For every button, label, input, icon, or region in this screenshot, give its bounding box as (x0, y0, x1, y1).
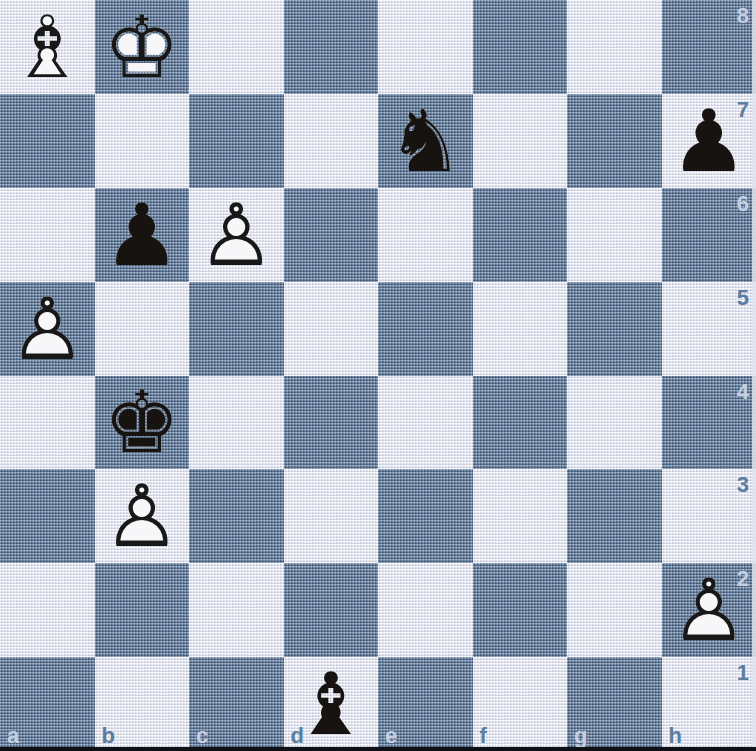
square-g8[interactable] (567, 0, 662, 94)
black-king-icon: ♚ (95, 376, 190, 470)
file-label-c: c (196, 725, 208, 747)
white-pawn-icon: ♙ (189, 188, 284, 282)
piece-white-bishop[interactable]: ♝♗ (0, 0, 95, 94)
square-a1[interactable]: a (0, 657, 95, 751)
square-a6[interactable] (0, 188, 95, 282)
square-c4[interactable] (189, 376, 284, 470)
rank-label-7: 7 (737, 99, 749, 121)
square-b8[interactable]: ♚♔ (95, 0, 190, 94)
square-d7[interactable] (284, 94, 379, 188)
black-pawn-icon: ♟ (95, 188, 190, 282)
square-a7[interactable] (0, 94, 95, 188)
square-a2[interactable] (0, 563, 95, 657)
square-d3[interactable] (284, 469, 379, 563)
square-b6[interactable]: ♟♟ (95, 188, 190, 282)
square-g7[interactable] (567, 94, 662, 188)
square-f5[interactable] (473, 282, 568, 376)
square-a4[interactable] (0, 376, 95, 470)
square-g3[interactable] (567, 469, 662, 563)
rank-label-2: 2 (737, 568, 749, 590)
square-e8[interactable] (378, 0, 473, 94)
square-b3[interactable]: ♟♙ (95, 469, 190, 563)
square-e5[interactable] (378, 282, 473, 376)
square-h5[interactable]: 5 (662, 282, 756, 376)
chess-board: ♝♗♚♔8♞♞7♟♟♟♟♟♙6♟♙5♚♚4♟♙32♟♙abcd♝♝efgh1 (0, 0, 756, 751)
piece-white-pawn[interactable]: ♟♙ (95, 469, 190, 563)
square-d1[interactable]: d♝♝ (284, 657, 379, 751)
square-a3[interactable] (0, 469, 95, 563)
square-d8[interactable] (284, 0, 379, 94)
file-label-b: b (102, 725, 115, 747)
square-c2[interactable] (189, 563, 284, 657)
square-a8[interactable]: ♝♗ (0, 0, 95, 94)
rank-label-3: 3 (737, 474, 749, 496)
piece-black-king[interactable]: ♚♚ (95, 376, 190, 470)
square-d4[interactable] (284, 376, 379, 470)
square-h1[interactable]: h1 (662, 657, 756, 751)
square-g5[interactable] (567, 282, 662, 376)
square-e1[interactable]: e (378, 657, 473, 751)
rank-label-4: 4 (737, 381, 749, 403)
square-g6[interactable] (567, 188, 662, 282)
square-f8[interactable] (473, 0, 568, 94)
white-king-icon: ♔ (95, 0, 190, 94)
file-label-f: f (480, 725, 487, 747)
square-h2[interactable]: 2♟♙ (662, 563, 756, 657)
square-e3[interactable] (378, 469, 473, 563)
square-e4[interactable] (378, 376, 473, 470)
square-g1[interactable]: g (567, 657, 662, 751)
square-h7[interactable]: 7♟♟ (662, 94, 756, 188)
square-f4[interactable] (473, 376, 568, 470)
square-b7[interactable] (95, 94, 190, 188)
file-label-a: a (7, 725, 19, 747)
square-g4[interactable] (567, 376, 662, 470)
square-f6[interactable] (473, 188, 568, 282)
square-e6[interactable] (378, 188, 473, 282)
rank-label-5: 5 (737, 287, 749, 309)
piece-black-knight[interactable]: ♞♞ (378, 94, 473, 188)
square-h8[interactable]: 8 (662, 0, 756, 94)
square-c1[interactable]: c (189, 657, 284, 751)
square-f1[interactable]: f (473, 657, 568, 751)
file-label-e: e (385, 725, 397, 747)
square-c3[interactable] (189, 469, 284, 563)
rank-label-6: 6 (737, 193, 749, 215)
piece-white-pawn[interactable]: ♟♙ (0, 282, 95, 376)
square-h4[interactable]: 4 (662, 376, 756, 470)
square-b5[interactable] (95, 282, 190, 376)
square-d6[interactable] (284, 188, 379, 282)
piece-white-king[interactable]: ♚♔ (95, 0, 190, 94)
file-label-g: g (574, 725, 587, 747)
square-d2[interactable] (284, 563, 379, 657)
square-a5[interactable]: ♟♙ (0, 282, 95, 376)
square-e7[interactable]: ♞♞ (378, 94, 473, 188)
square-b2[interactable] (95, 563, 190, 657)
square-h3[interactable]: 3 (662, 469, 756, 563)
square-c7[interactable] (189, 94, 284, 188)
white-pawn-icon: ♙ (0, 282, 95, 376)
white-bishop-icon: ♗ (0, 0, 95, 94)
black-knight-icon: ♞ (378, 94, 473, 188)
square-c6[interactable]: ♟♙ (189, 188, 284, 282)
piece-white-pawn[interactable]: ♟♙ (189, 188, 284, 282)
piece-black-pawn[interactable]: ♟♟ (95, 188, 190, 282)
file-label-h: h (669, 725, 682, 747)
square-f2[interactable] (473, 563, 568, 657)
rank-label-8: 8 (737, 5, 749, 27)
square-c8[interactable] (189, 0, 284, 94)
square-c5[interactable] (189, 282, 284, 376)
square-e2[interactable] (378, 563, 473, 657)
rank-label-1: 1 (737, 662, 749, 684)
square-b1[interactable]: b (95, 657, 190, 751)
square-d5[interactable] (284, 282, 379, 376)
square-b4[interactable]: ♚♚ (95, 376, 190, 470)
white-pawn-icon: ♙ (95, 469, 190, 563)
square-g2[interactable] (567, 563, 662, 657)
chess-board-wrap: ♝♗♚♔8♞♞7♟♟♟♟♟♙6♟♙5♚♚4♟♙32♟♙abcd♝♝efgh1 (0, 0, 756, 751)
file-label-d: d (291, 725, 304, 747)
square-f3[interactable] (473, 469, 568, 563)
square-f7[interactable] (473, 94, 568, 188)
square-h6[interactable]: 6 (662, 188, 756, 282)
